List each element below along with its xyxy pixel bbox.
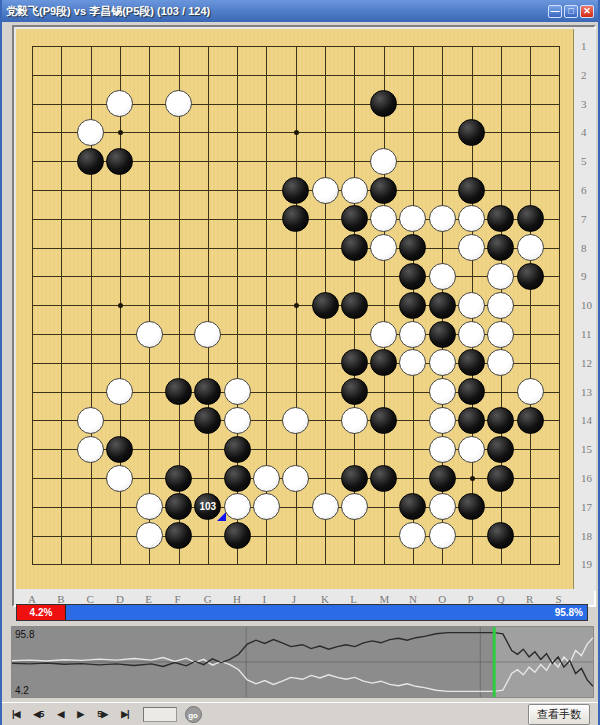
maximize-button[interactable]: □ [564,5,578,18]
graph-bottom-label: 4.2 [15,685,29,696]
main-content: 103 12345678910111213141516171819 ABCDEF… [2,22,598,725]
black-stone [458,119,485,146]
white-stone [429,436,456,463]
white-stone [399,321,426,348]
grid-line [530,46,531,565]
star-point [294,303,299,308]
row-label: 17 [581,501,592,513]
row-label: 18 [581,530,592,542]
last-move-button[interactable]: ▶| [117,707,132,721]
black-stone [370,349,397,376]
close-button[interactable]: ✕ [580,5,594,18]
white-stone [517,378,544,405]
row-label: 10 [581,299,592,311]
move-number-input[interactable] [143,707,177,722]
row-label: 9 [581,270,587,282]
black-stone [165,465,192,492]
white-stone [487,321,514,348]
star-point [294,130,299,135]
white-stone [399,522,426,549]
black-stone [487,522,514,549]
view-moves-button[interactable]: 查看手数 [528,704,590,725]
white-stone [458,234,485,261]
row-label: 14 [581,414,592,426]
white-stone [136,321,163,348]
row-label: 16 [581,472,592,484]
black-stone [165,522,192,549]
white-stone [194,321,221,348]
black-stone [370,465,397,492]
title-bar: 党毅飞(P9段) vs 李昌锡(P5段) (103 / 124) — □ ✕ [2,0,598,22]
navigation-toolbar: |◀◀5◀▶5▶▶| go 查看手数 [2,702,598,725]
grid-line [32,536,560,537]
black-stone [370,407,397,434]
white-stone [429,407,456,434]
first-move-button[interactable]: |◀ [8,707,23,721]
black-stone [487,436,514,463]
black-stone [341,465,368,492]
black-stone [282,177,309,204]
black-stone [517,407,544,434]
white-stone [458,292,485,319]
black-stone [370,177,397,204]
black-stone [341,234,368,261]
row-label: 15 [581,443,592,455]
black-stone [165,493,192,520]
black-stone [224,436,251,463]
black-stone [487,465,514,492]
white-stone [429,263,456,290]
white-stone [224,378,251,405]
row-label: 3 [581,98,587,110]
row-label: 19 [581,558,592,570]
black-stone [194,378,221,405]
white-stone [224,493,251,520]
black-stone [106,436,133,463]
black-stone [341,349,368,376]
black-stone [165,378,192,405]
white-stone [487,263,514,290]
forward-1-button[interactable]: ▶ [73,707,87,721]
white-stone [341,493,368,520]
white-stone [429,522,456,549]
window-title: 党毅飞(P9段) vs 李昌锡(P5段) (103 / 124) [6,4,546,19]
row-label: 5 [581,155,587,167]
winrate-graph[interactable]: 95.84.2 [11,626,594,698]
white-stone [253,465,280,492]
black-stone [399,234,426,261]
black-stone [224,465,251,492]
white-winrate: 95.8% [66,605,587,620]
black-stone [487,407,514,434]
black-stone [341,378,368,405]
white-stone [429,378,456,405]
row-label: 13 [581,386,592,398]
black-stone [77,148,104,175]
black-stone [487,234,514,261]
white-stone [312,177,339,204]
white-stone [458,205,485,232]
black-stone [429,321,456,348]
row-label: 7 [581,213,587,225]
back-1-button[interactable]: ◀ [53,707,67,721]
white-stone [487,292,514,319]
forward-5-button[interactable]: 5▶ [93,707,111,721]
white-stone [370,321,397,348]
star-point [118,303,123,308]
winrate-graph-svg: 95.84.2 [12,627,593,697]
row-label: 2 [581,69,587,81]
white-stone [458,321,485,348]
winrate-bar: 4.2% 95.8% [16,604,588,621]
black-stone [517,263,544,290]
white-stone [253,493,280,520]
white-stone [77,119,104,146]
last-move-number: 103 [199,501,216,512]
white-stone [370,148,397,175]
grid-line [559,46,560,565]
black-stone [399,493,426,520]
black-stone [458,493,485,520]
app-window: 党毅飞(P9段) vs 李昌锡(P5段) (103 / 124) — □ ✕ 1… [0,0,600,725]
black-stone [487,205,514,232]
white-stone [224,407,251,434]
row-label: 12 [581,357,592,369]
black-stone [370,90,397,117]
go-button[interactable]: go [185,706,202,723]
row-labels: 12345678910111213141516171819 [576,29,596,591]
black-stone [458,177,485,204]
white-stone [312,493,339,520]
white-stone [282,465,309,492]
white-stone [136,522,163,549]
board-panel: 103 12345678910111213141516171819 ABCDEF… [12,25,596,607]
white-stone [106,465,133,492]
white-stone [429,205,456,232]
black-stone [429,465,456,492]
black-winrate: 4.2% [17,605,66,620]
row-label: 1 [581,40,587,52]
white-stone [106,90,133,117]
black-stone [458,407,485,434]
white-stone [458,436,485,463]
black-stone [458,378,485,405]
black-stone [341,205,368,232]
row-label: 4 [581,126,587,138]
row-label: 8 [581,242,587,254]
white-stone [399,205,426,232]
row-label: 11 [581,328,592,340]
white-stone [517,234,544,261]
black-stone [429,292,456,319]
nav-button-group: |◀◀5◀▶5▶▶| [2,707,133,721]
minimize-button[interactable]: — [548,5,562,18]
white-stone [370,234,397,261]
black-stone [282,205,309,232]
black-stone [458,349,485,376]
white-stone [429,493,456,520]
back-5-button[interactable]: ◀5 [29,707,47,721]
white-stone [106,378,133,405]
black-stone [194,407,221,434]
black-stone [312,292,339,319]
go-board[interactable]: 103 [16,29,574,589]
white-stone [341,407,368,434]
black-stone [399,292,426,319]
white-stone [341,177,368,204]
white-stone [399,349,426,376]
graph-top-label: 95.8 [15,629,35,640]
black-stone [517,205,544,232]
white-stone [165,90,192,117]
black-stone [106,148,133,175]
black-stone [399,263,426,290]
black-stone [224,522,251,549]
white-stone [370,205,397,232]
white-stone [429,349,456,376]
white-stone [487,349,514,376]
black-stone [341,292,368,319]
star-point [470,476,475,481]
row-label: 6 [581,184,587,196]
white-stone [136,493,163,520]
star-point [118,130,123,135]
white-stone [77,436,104,463]
white-stone [77,407,104,434]
grid-line [32,564,560,565]
white-stone [282,407,309,434]
